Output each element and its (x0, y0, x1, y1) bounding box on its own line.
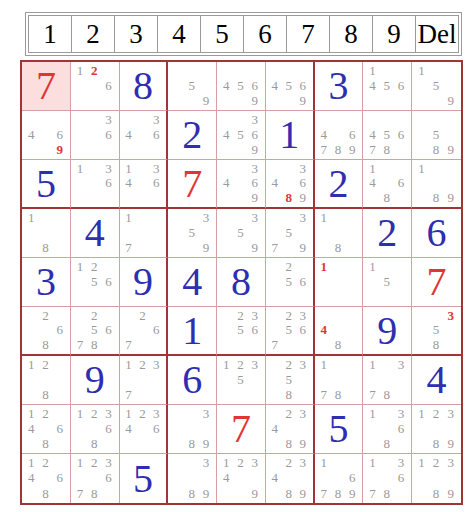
pencil-mark-slot-5 (135, 176, 149, 191)
pencil-mark-slot-5 (38, 470, 52, 485)
pencil-marks: 59 (170, 63, 213, 108)
pencil-mark-slot-4 (73, 323, 87, 338)
sudoku-cell-r3c7[interactable]: 2 (315, 160, 364, 209)
pencil-mark-slot-1 (122, 112, 136, 127)
pencil-mark-slot-8: 8 (331, 337, 345, 352)
pencil-mark-slot-8 (87, 190, 101, 205)
number-button-7[interactable]: 7 (286, 15, 330, 53)
pencil-mark-slot-4 (73, 176, 87, 191)
pencil-mark-slot-8: 8 (38, 387, 52, 402)
pencil-mark-slot-1: 1 (122, 406, 136, 421)
sudoku-cell-r2c6[interactable]: 1 (266, 111, 315, 160)
pencil-mark-slot-5 (331, 323, 345, 338)
pencil-marks: 2358 (268, 357, 310, 402)
pencil-mark-slot-7 (24, 142, 38, 157)
pencil-mark-slot-7 (73, 436, 87, 451)
sudoku-cell-r2c5[interactable]: 34569 (217, 111, 266, 160)
sudoku-cell-r7c9[interactable]: 4 (412, 356, 461, 405)
pencil-mark-slot-6: 6 (394, 78, 408, 93)
pencil-mark-slot-6: 6 (101, 323, 115, 338)
sudoku-cell-r9c7[interactable]: 16789 (315, 454, 364, 503)
pencil-mark-slot-3 (53, 112, 67, 127)
number-button-4[interactable]: 4 (157, 15, 201, 53)
pencil-mark-slot-3 (149, 308, 163, 323)
pencil-mark-slot-1 (268, 259, 282, 274)
pencil-mark-slot-6: 6 (101, 274, 115, 289)
pencil-mark-slot-9 (101, 436, 115, 451)
sudoku-cell-r5c2[interactable]: 1256 (71, 258, 120, 307)
pencil-mark-slot-2 (380, 112, 394, 127)
pencil-mark-slot-1 (268, 308, 282, 323)
sudoku-cell-r1c3[interactable]: 8 (120, 62, 169, 111)
pencil-mark-slot-3 (345, 357, 359, 372)
pencil-mark-slot-3: 3 (248, 161, 262, 176)
sudoku-cell-r9c4[interactable]: 389 (168, 454, 217, 503)
pencil-mark-slot-8 (135, 190, 149, 205)
pencil-mark-slot-7 (414, 436, 429, 451)
sudoku-cell-r1c5[interactable]: 4569 (217, 62, 266, 111)
pencil-mark-slot-4: 4 (268, 78, 282, 93)
number-button-2[interactable]: 2 (71, 15, 115, 53)
sudoku-cell-r3c9[interactable]: 189 (412, 160, 461, 209)
pencil-mark-slot-2 (380, 63, 394, 78)
pencil-mark-slot-1 (73, 112, 87, 127)
pencil-mark-slot-1 (219, 161, 233, 176)
pencil-mark-slot-4 (219, 372, 233, 387)
sudoku-cell-r3c5[interactable]: 3469 (217, 160, 266, 209)
pencil-mark-slot-6: 6 (149, 127, 163, 142)
sudoku-cell-r8c4[interactable]: 389 (168, 405, 217, 454)
sudoku-cell-r8c1[interactable]: 12468 (22, 405, 71, 454)
sudoku-cell-r5c9[interactable]: 7 (412, 258, 461, 307)
pencil-mark-slot-4 (219, 323, 233, 338)
sudoku-cell-r5c6[interactable]: 256 (266, 258, 315, 307)
pencil-mark-slot-1 (268, 357, 282, 372)
sudoku-cell-r5c7[interactable]: 1 (315, 258, 364, 307)
pencil-mark-slot-2 (331, 112, 345, 127)
pencil-mark-slot-1 (219, 210, 233, 225)
pencil-mark-slot-4 (365, 421, 379, 436)
pencil-mark-slot-1: 1 (414, 161, 429, 176)
pencil-mark-slot-4 (24, 323, 38, 338)
pencil-mark-slot-2: 2 (135, 357, 149, 372)
pencil-mark-slot-7 (73, 289, 87, 304)
pencil-mark-slot-9 (53, 387, 67, 402)
pencil-mark-slot-1: 1 (122, 357, 136, 372)
pencil-mark-slot-6 (199, 421, 213, 436)
pencil-mark-slot-3: 3 (394, 455, 408, 470)
sudoku-cell-r7c8[interactable]: 1378 (363, 356, 412, 405)
pencil-mark-slot-6: 6 (345, 470, 359, 485)
pencil-mark-slot-6 (53, 372, 67, 387)
sudoku-cell-r2c2[interactable]: 36 (71, 111, 120, 160)
sudoku-cell-r7c7[interactable]: 178 (315, 356, 364, 405)
pencil-mark-slot-8 (331, 289, 345, 304)
pencil-mark-slot-3 (296, 63, 310, 78)
pencil-mark-slot-2 (429, 63, 444, 78)
pencil-mark-slot-4 (122, 323, 136, 338)
pencil-mark-slot-4 (414, 470, 429, 485)
pencil-marks: 178 (317, 357, 360, 402)
pencil-mark-slot-7: 7 (268, 240, 282, 255)
pencil-mark-slot-8: 8 (282, 436, 296, 451)
pencil-mark-slot-9: 9 (53, 142, 67, 157)
pencil-mark-slot-9: 9 (345, 142, 359, 157)
number-button-6[interactable]: 6 (243, 15, 287, 53)
pencil-mark-slot-9 (53, 240, 67, 255)
sudoku-cell-r4c1[interactable]: 18 (22, 209, 71, 258)
pencil-mark-slot-6 (345, 274, 359, 289)
sudoku-cell-r6c8[interactable]: 9 (363, 307, 412, 356)
pencil-marks: 12468 (24, 406, 67, 451)
pencil-mark-slot-8: 8 (87, 337, 101, 352)
pencil-mark-slot-2 (331, 259, 345, 274)
delete-button[interactable]: Del (415, 15, 459, 53)
pencil-mark-slot-7 (268, 486, 282, 501)
pencil-mark-slot-3 (394, 161, 408, 176)
pencil-mark-slot-2 (380, 357, 394, 372)
sudoku-cell-r8c6[interactable]: 23489 (266, 405, 315, 454)
pencil-mark-slot-8: 8 (429, 436, 444, 451)
sudoku-cell-r4c5[interactable]: 359 (217, 209, 266, 258)
sudoku-cell-r3c8[interactable]: 1468 (363, 160, 412, 209)
sudoku-cell-r3c2[interactable]: 136 (71, 160, 120, 209)
pencil-mark-slot-3 (101, 63, 115, 78)
pencil-mark-slot-9 (394, 486, 408, 501)
placed-digit: 5 (133, 459, 153, 499)
pencil-marks: 268 (24, 308, 67, 352)
pencil-marks: 1456 (365, 63, 408, 108)
sudoku-cell-r1c6[interactable]: 4569 (266, 62, 315, 111)
pencil-marks: 123678 (73, 455, 116, 501)
pencil-mark-slot-5 (429, 176, 444, 191)
pencil-marks: 159 (414, 63, 458, 108)
pencil-mark-slot-7 (122, 142, 136, 157)
pencil-mark-slot-3: 3 (101, 406, 115, 421)
pencil-mark-slot-9 (345, 337, 359, 352)
pencil-mark-slot-3: 3 (443, 406, 458, 421)
pencil-mark-slot-6: 6 (101, 176, 115, 191)
sudoku-cell-r3c6[interactable]: 34689 (266, 160, 315, 209)
pencil-mark-slot-3 (53, 455, 67, 470)
pencil-mark-slot-3 (53, 357, 67, 372)
pencil-marks: 18 (317, 210, 360, 255)
pencil-mark-slot-3 (101, 308, 115, 323)
sudoku-cell-r4c7[interactable]: 18 (315, 209, 364, 258)
pencil-mark-slot-8 (233, 337, 247, 352)
pencil-mark-slot-3: 3 (149, 406, 163, 421)
pencil-mark-slot-6: 6 (53, 421, 67, 436)
pencil-mark-slot-4 (170, 470, 184, 485)
pencil-mark-slot-5 (87, 78, 101, 93)
sudoku-cell-r8c9[interactable]: 12389 (412, 405, 461, 454)
sudoku-cell-r3c1[interactable]: 5 (22, 160, 71, 209)
pencil-marks: 136 (73, 161, 116, 205)
sudoku-cell-r1c1[interactable]: 7 (22, 62, 71, 111)
pencil-mark-slot-5 (185, 470, 199, 485)
pencil-mark-slot-6: 6 (101, 78, 115, 93)
pencil-mark-slot-8: 8 (282, 387, 296, 402)
pencil-marks: 23489 (268, 455, 310, 501)
pencil-mark-slot-4: 4 (365, 176, 379, 191)
pencil-mark-slot-8: 8 (331, 387, 345, 402)
pencil-mark-slot-8 (87, 142, 101, 157)
pencil-mark-slot-7 (219, 337, 233, 352)
pencil-marks: 1346 (122, 161, 164, 205)
pencil-mark-slot-5 (233, 176, 247, 191)
pencil-mark-slot-2 (38, 210, 52, 225)
pencil-mark-slot-3 (53, 210, 67, 225)
placed-digit: 6 (182, 360, 202, 400)
pencil-mark-slot-4 (170, 78, 184, 93)
pencil-mark-slot-6: 6 (296, 274, 310, 289)
sudoku-cell-r1c8[interactable]: 1456 (363, 62, 412, 111)
pencil-mark-slot-6 (443, 176, 458, 191)
sudoku-cell-r2c7[interactable]: 46789 (315, 111, 364, 160)
pencil-mark-slot-2 (429, 161, 444, 176)
sudoku-cell-r9c6[interactable]: 23489 (266, 454, 315, 503)
pencil-mark-slot-2 (331, 357, 345, 372)
sudoku-cell-r6c3[interactable]: 267 (120, 307, 169, 356)
sudoku-cell-r6c4[interactable]: 1 (168, 307, 217, 356)
pencil-mark-slot-3: 3 (248, 455, 262, 470)
pencil-mark-slot-1: 1 (73, 406, 87, 421)
sudoku-cell-r7c5[interactable]: 1235 (217, 356, 266, 405)
pencil-mark-slot-9: 9 (443, 486, 458, 501)
pencil-mark-slot-5 (135, 127, 149, 142)
sudoku-cell-r7c6[interactable]: 2358 (266, 356, 315, 405)
sudoku-cell-r6c2[interactable]: 25678 (71, 307, 120, 356)
sudoku-cell-r9c8[interactable]: 13678 (363, 454, 412, 503)
sudoku-cell-r9c1[interactable]: 12468 (22, 454, 71, 503)
pencil-marks: 23489 (268, 406, 310, 451)
sudoku-cell-r4c8[interactable]: 2 (363, 209, 412, 258)
pencil-mark-slot-2 (185, 210, 199, 225)
pencil-mark-slot-4: 4 (219, 78, 233, 93)
sudoku-cell-r6c7[interactable]: 48 (315, 307, 364, 356)
pencil-mark-slot-7 (219, 240, 233, 255)
sudoku-cell-r9c9[interactable]: 12389 (412, 454, 461, 503)
pencil-mark-slot-9 (149, 436, 163, 451)
pencil-mark-slot-4: 4 (317, 127, 331, 142)
pencil-mark-slot-9: 9 (296, 240, 310, 255)
sudoku-cell-r4c6[interactable]: 3579 (266, 209, 315, 258)
pencil-mark-slot-6 (248, 372, 262, 387)
placed-digit: 7 (36, 66, 56, 106)
sudoku-cell-r8c5[interactable]: 7 (217, 405, 266, 454)
sudoku-cell-r3c3[interactable]: 1346 (120, 160, 169, 209)
pencil-mark-slot-9 (101, 337, 115, 352)
pencil-mark-slot-1: 1 (317, 259, 331, 274)
sudoku-cell-r5c3[interactable]: 9 (120, 258, 169, 307)
sudoku-cell-r4c2[interactable]: 4 (71, 209, 120, 258)
sudoku-cell-r8c8[interactable]: 1368 (363, 405, 412, 454)
pencil-mark-slot-5 (380, 176, 394, 191)
pencil-mark-slot-3 (101, 259, 115, 274)
sudoku-cell-r7c3[interactable]: 1237 (120, 356, 169, 405)
sudoku-cell-r5c8[interactable]: 15 (363, 258, 412, 307)
pencil-mark-slot-9: 9 (443, 190, 458, 205)
pencil-mark-slot-2: 2 (282, 455, 296, 470)
pencil-marks: 359 (219, 210, 262, 255)
pencil-mark-slot-2: 2 (282, 357, 296, 372)
pencil-mark-slot-6 (296, 470, 310, 485)
pencil-mark-slot-7 (73, 93, 87, 108)
pencil-mark-slot-5 (429, 421, 444, 436)
sudoku-cell-r4c3[interactable]: 17 (120, 209, 169, 258)
pencil-mark-slot-1: 1 (24, 357, 38, 372)
pencil-mark-slot-4 (122, 372, 136, 387)
number-button-5[interactable]: 5 (200, 15, 244, 53)
pencil-mark-slot-9 (149, 190, 163, 205)
sudoku-cell-r6c6[interactable]: 23567 (266, 307, 315, 356)
pencil-mark-slot-6: 6 (149, 176, 163, 191)
pencil-mark-slot-8: 8 (38, 436, 52, 451)
sudoku-cell-r6c5[interactable]: 2356 (217, 307, 266, 356)
pencil-mark-slot-2 (233, 112, 247, 127)
pencil-mark-slot-8: 8 (282, 190, 296, 205)
pencil-mark-slot-9 (149, 142, 163, 157)
pencil-mark-slot-2: 2 (87, 455, 101, 470)
pencil-mark-slot-2: 2 (38, 357, 52, 372)
pencil-mark-slot-2 (331, 210, 345, 225)
pencil-mark-slot-7 (365, 289, 379, 304)
pencil-mark-slot-6 (443, 470, 458, 485)
pencil-mark-slot-9 (394, 142, 408, 157)
pencil-mark-slot-5: 5 (282, 225, 296, 240)
pencil-mark-slot-4 (73, 127, 87, 142)
pencil-mark-slot-1 (73, 308, 87, 323)
pencil-mark-slot-1: 1 (414, 63, 429, 78)
pencil-mark-slot-4: 4 (24, 127, 38, 142)
sudoku-cell-r1c9[interactable]: 159 (412, 62, 461, 111)
sudoku-cell-r2c9[interactable]: 589 (412, 111, 461, 160)
sudoku-cell-r1c2[interactable]: 126 (71, 62, 120, 111)
pencil-mark-slot-9 (101, 289, 115, 304)
pencil-mark-slot-1 (219, 63, 233, 78)
pencil-mark-slot-1: 1 (73, 259, 87, 274)
pencil-mark-slot-4: 4 (122, 421, 136, 436)
pencil-mark-slot-8 (233, 240, 247, 255)
pencil-mark-slot-4 (24, 372, 38, 387)
pencil-mark-slot-3 (394, 259, 408, 274)
pencil-mark-slot-3: 3 (149, 357, 163, 372)
pencil-mark-slot-8: 8 (38, 337, 52, 352)
sudoku-cell-r9c2[interactable]: 123678 (71, 454, 120, 503)
number-button-8[interactable]: 8 (329, 15, 373, 53)
pencil-mark-slot-5: 5 (233, 323, 247, 338)
pencil-mark-slot-4 (414, 78, 429, 93)
sudoku-cell-r5c5[interactable]: 8 (217, 258, 266, 307)
sudoku-cell-r2c8[interactable]: 45678 (363, 111, 412, 160)
pencil-mark-slot-2 (135, 112, 149, 127)
pencil-mark-slot-2: 2 (233, 357, 247, 372)
pencil-mark-slot-1: 1 (365, 259, 379, 274)
pencil-mark-slot-4: 4 (219, 176, 233, 191)
pencil-mark-slot-2: 2 (87, 259, 101, 274)
pencil-marks: 12389 (414, 406, 458, 451)
pencil-mark-slot-9: 9 (443, 436, 458, 451)
sudoku-cell-r4c4[interactable]: 359 (168, 209, 217, 258)
sudoku-cell-r9c3[interactable]: 5 (120, 454, 169, 503)
sudoku-cell-r7c4[interactable]: 6 (168, 356, 217, 405)
pencil-mark-slot-5 (331, 127, 345, 142)
pencil-mark-slot-1: 1 (365, 161, 379, 176)
sudoku-cell-r2c1[interactable]: 469 (22, 111, 71, 160)
pencil-mark-slot-7 (268, 190, 282, 205)
placed-digit: 2 (329, 164, 349, 204)
pencil-mark-slot-7 (414, 337, 429, 352)
pencil-mark-slot-2: 2 (38, 406, 52, 421)
pencil-mark-slot-8 (380, 93, 394, 108)
pencil-mark-slot-1: 1 (122, 161, 136, 176)
sudoku-cell-r1c7[interactable]: 3 (315, 62, 364, 111)
pencil-mark-slot-5 (38, 372, 52, 387)
pencil-mark-slot-3: 3 (199, 210, 213, 225)
pencil-mark-slot-1 (414, 308, 429, 323)
pencil-mark-slot-5: 5 (282, 372, 296, 387)
pencil-mark-slot-5: 5 (233, 127, 247, 142)
sudoku-cell-r7c2[interactable]: 9 (71, 356, 120, 405)
pencil-mark-slot-8 (282, 93, 296, 108)
sudoku-cell-r6c1[interactable]: 268 (22, 307, 71, 356)
sudoku-cell-r7c1[interactable]: 128 (22, 356, 71, 405)
sudoku-cell-r2c4[interactable]: 2 (168, 111, 217, 160)
pencil-mark-slot-3: 3 (199, 455, 213, 470)
pencil-mark-slot-9 (101, 93, 115, 108)
pencil-mark-slot-9 (394, 436, 408, 451)
sudoku-cell-r4c9[interactable]: 6 (412, 209, 461, 258)
sudoku-cell-r9c5[interactable]: 12349 (217, 454, 266, 503)
pencil-mark-slot-9 (345, 387, 359, 402)
sudoku-cell-r5c4[interactable]: 4 (168, 258, 217, 307)
pencil-mark-slot-6 (296, 421, 310, 436)
pencil-mark-slot-8: 8 (429, 337, 444, 352)
pencil-mark-slot-5 (38, 127, 52, 142)
pencil-mark-slot-6: 6 (248, 78, 262, 93)
placed-digit: 6 (427, 213, 447, 253)
sudoku-cell-r8c7[interactable]: 5 (315, 405, 364, 454)
pencil-mark-slot-2: 2 (429, 406, 444, 421)
pencil-mark-slot-2 (282, 210, 296, 225)
sudoku-cell-r3c4[interactable]: 7 (168, 160, 217, 209)
pencil-mark-slot-3 (248, 63, 262, 78)
sudoku-cell-r2c3[interactable]: 346 (120, 111, 169, 160)
pencil-mark-slot-7: 7 (122, 387, 136, 402)
number-button-1[interactable]: 1 (28, 15, 72, 53)
sudoku-cell-r6c9[interactable]: 358 (412, 307, 461, 356)
pencil-mark-slot-6: 6 (394, 421, 408, 436)
number-button-3[interactable]: 3 (114, 15, 158, 53)
sudoku-cell-r8c3[interactable]: 12346 (120, 405, 169, 454)
sudoku-cell-r8c2[interactable]: 12368 (71, 405, 120, 454)
sudoku-cell-r5c1[interactable]: 3 (22, 258, 71, 307)
pencil-mark-slot-6: 6 (53, 127, 67, 142)
pencil-marks: 46789 (317, 112, 360, 157)
pencil-mark-slot-9 (149, 240, 163, 255)
pencil-mark-slot-7 (268, 289, 282, 304)
pencil-mark-slot-9: 9 (248, 142, 262, 157)
pencil-mark-slot-6: 6 (394, 176, 408, 191)
pencil-mark-slot-6: 6 (248, 323, 262, 338)
pencil-mark-slot-6 (443, 421, 458, 436)
number-button-9[interactable]: 9 (372, 15, 416, 53)
pencil-mark-slot-2 (380, 406, 394, 421)
pencil-marks: 23567 (268, 308, 310, 352)
pencil-marks: 1378 (365, 357, 408, 402)
sudoku-cell-r1c4[interactable]: 59 (168, 62, 217, 111)
pencil-marks: 12468 (24, 455, 67, 501)
